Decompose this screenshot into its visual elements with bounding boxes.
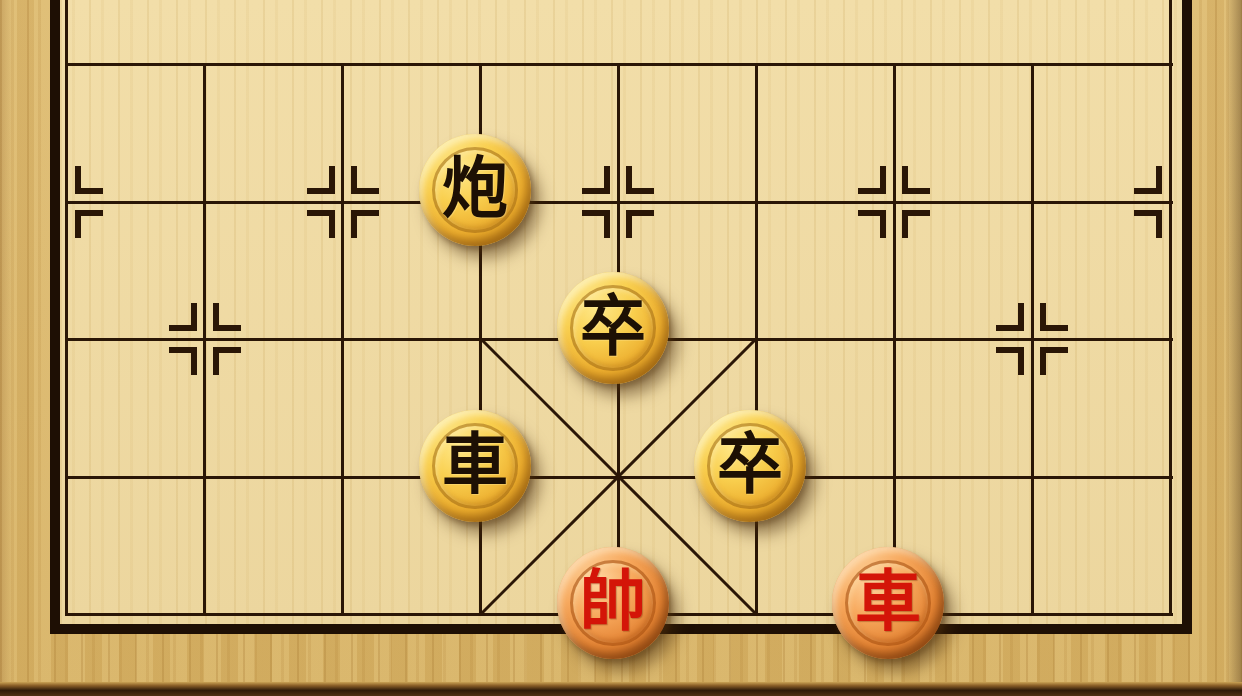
- board-left-edge-shade: [0, 0, 12, 696]
- black-soldier-glyph: 卒: [717, 432, 783, 498]
- red-general-glyph: 帥: [580, 569, 646, 635]
- red-chariot-glyph: 車: [855, 569, 921, 635]
- red-general-piece[interactable]: 帥: [557, 547, 669, 659]
- black-cannon-piece[interactable]: 炮: [419, 134, 531, 246]
- red-chariot-piece[interactable]: 車: [832, 547, 944, 659]
- file-line-i: [1169, 0, 1172, 616]
- file-line-a: [65, 0, 68, 616]
- black-soldier-piece-f2[interactable]: 卒: [694, 410, 806, 522]
- rank-line-4: [66, 201, 1173, 204]
- black-soldier-piece-e3[interactable]: 卒: [557, 272, 669, 384]
- black-cannon-glyph: 炮: [442, 156, 508, 222]
- board-border-left: [50, 0, 60, 634]
- board-right-edge-shade: [1226, 0, 1242, 696]
- board-border-right: [1182, 0, 1192, 634]
- black-chariot-piece[interactable]: 車: [419, 410, 531, 522]
- xiangqi-board[interactable]: 炮 卒 車 卒 帥 車: [0, 0, 1242, 696]
- black-soldier-glyph: 卒: [580, 294, 646, 360]
- rank-line-5-riverbank: [66, 63, 1173, 66]
- black-chariot-glyph: 車: [442, 432, 508, 498]
- board-bottom-edge: [0, 682, 1242, 696]
